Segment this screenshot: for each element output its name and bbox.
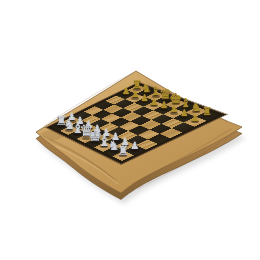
piece-black-pawn-g7[interactable]: ♟ bbox=[180, 109, 189, 118]
piece-white-rook-h1[interactable]: ♜ bbox=[117, 144, 130, 157]
piece-black-pawn-c7[interactable]: ♟ bbox=[140, 94, 149, 103]
piece-black-pawn-e7[interactable]: ♟ bbox=[159, 101, 168, 110]
piece-black-pawn-d7[interactable]: ♟ bbox=[150, 98, 159, 107]
piece-black-knight-g8[interactable]: ♞ bbox=[191, 102, 202, 113]
pieces-layer: ♜♞♝♛♚♝♞♜♟♟♟♟♟♟♟♟♟♟♟♟♟♟♟♟♜♞♝♛♚♝♞♜ bbox=[0, 0, 260, 260]
piece-black-rook-h8[interactable]: ♜ bbox=[202, 106, 213, 117]
chess-set-product-photo: ♜♞♝♛♚♝♞♜♟♟♟♟♟♟♟♟♟♟♟♟♟♟♟♟♜♞♝♛♚♝♞♜ bbox=[0, 0, 260, 260]
piece-black-pawn-b7[interactable]: ♟ bbox=[131, 90, 140, 99]
piece-black-pawn-a7[interactable]: ♟ bbox=[122, 87, 131, 96]
piece-white-pawn-h2[interactable]: ♟ bbox=[130, 141, 140, 151]
piece-black-pawn-h7[interactable]: ♟ bbox=[191, 114, 200, 123]
piece-black-pawn-f7[interactable]: ♟ bbox=[170, 105, 179, 114]
